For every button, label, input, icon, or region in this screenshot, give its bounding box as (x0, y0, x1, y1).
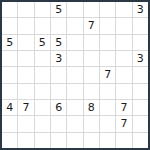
cell-r9c1[interactable] (2, 133, 17, 148)
cell-r9c7[interactable] (100, 133, 115, 148)
cell-r6c5[interactable] (67, 84, 82, 99)
cell-r2c1[interactable] (2, 18, 17, 33)
clue-cell-r2c6[interactable]: 7 (84, 18, 99, 33)
clue-cell-r7c4[interactable]: 6 (51, 100, 66, 115)
cell-r9c3[interactable] (35, 133, 50, 148)
clue-cell-r7c1[interactable]: 4 (2, 100, 17, 115)
clue-cell-r4c4[interactable]: 3 (51, 51, 66, 66)
cell-r7c9[interactable] (133, 100, 148, 115)
cell-r8c9[interactable] (133, 116, 148, 131)
cell-r8c4[interactable] (51, 116, 66, 131)
cell-r8c5[interactable] (67, 116, 82, 131)
clue-cell-r1c4[interactable]: 5 (51, 2, 66, 17)
clue-cell-r7c2[interactable]: 7 (18, 100, 33, 115)
cell-r9c5[interactable] (67, 133, 82, 148)
cell-r8c3[interactable] (35, 116, 50, 131)
cell-r5c5[interactable] (67, 67, 82, 82)
cell-r9c8[interactable] (116, 133, 131, 148)
cell-r4c6[interactable] (84, 51, 99, 66)
cell-r6c7[interactable] (100, 84, 115, 99)
cell-r5c9[interactable] (133, 67, 148, 82)
cell-r5c4[interactable] (51, 67, 66, 82)
cell-r2c3[interactable] (35, 18, 50, 33)
cell-r6c6[interactable] (84, 84, 99, 99)
cell-r6c9[interactable] (133, 84, 148, 99)
cell-r2c9[interactable] (133, 18, 148, 33)
cell-r4c8[interactable] (116, 51, 131, 66)
cell-r5c8[interactable] (116, 67, 131, 82)
cell-r6c4[interactable] (51, 84, 66, 99)
cell-r2c7[interactable] (100, 18, 115, 33)
clue-cell-r3c3[interactable]: 5 (35, 35, 50, 50)
cell-r6c1[interactable] (2, 84, 17, 99)
cell-r5c2[interactable] (18, 67, 33, 82)
cell-r5c1[interactable] (2, 67, 17, 82)
cell-r8c1[interactable] (2, 116, 17, 131)
cell-r2c5[interactable] (67, 18, 82, 33)
cell-r7c3[interactable] (35, 100, 50, 115)
clue-cell-r3c1[interactable]: 5 (2, 35, 17, 50)
cell-r5c6[interactable] (84, 67, 99, 82)
clue-cell-r7c8[interactable]: 7 (116, 100, 131, 115)
cell-r6c3[interactable] (35, 84, 50, 99)
cell-r6c2[interactable] (18, 84, 33, 99)
cell-r8c2[interactable] (18, 116, 33, 131)
cell-r7c5[interactable] (67, 100, 82, 115)
cell-r9c9[interactable] (133, 133, 148, 148)
cell-r1c6[interactable] (84, 2, 99, 17)
cell-r1c2[interactable] (18, 2, 33, 17)
cell-r4c5[interactable] (67, 51, 82, 66)
cell-r1c5[interactable] (67, 2, 82, 17)
cell-r3c9[interactable] (133, 35, 148, 50)
cell-r4c3[interactable] (35, 51, 50, 66)
cell-r4c1[interactable] (2, 51, 17, 66)
cell-r7c7[interactable] (100, 100, 115, 115)
cell-r1c3[interactable] (35, 2, 50, 17)
cell-r2c2[interactable] (18, 18, 33, 33)
cell-r3c5[interactable] (67, 35, 82, 50)
cell-r8c7[interactable] (100, 116, 115, 131)
cell-r3c2[interactable] (18, 35, 33, 50)
cell-r6c8[interactable] (116, 84, 131, 99)
cell-r3c7[interactable] (100, 35, 115, 50)
cell-r3c8[interactable] (116, 35, 131, 50)
clue-cell-r7c6[interactable]: 8 (84, 100, 99, 115)
cell-r3c6[interactable] (84, 35, 99, 50)
cell-r9c6[interactable] (84, 133, 99, 148)
puzzle-board: 537555337476877 (0, 0, 150, 150)
cell-r4c2[interactable] (18, 51, 33, 66)
cell-r2c4[interactable] (51, 18, 66, 33)
cell-r1c1[interactable] (2, 2, 17, 17)
cell-r9c4[interactable] (51, 133, 66, 148)
clue-cell-r8c8[interactable]: 7 (116, 116, 131, 131)
clue-cell-r5c7[interactable]: 7 (100, 67, 115, 82)
clue-cell-r4c9[interactable]: 3 (133, 51, 148, 66)
cell-r1c7[interactable] (100, 2, 115, 17)
cell-r1c8[interactable] (116, 2, 131, 17)
cell-r2c8[interactable] (116, 18, 131, 33)
cell-r9c2[interactable] (18, 133, 33, 148)
cell-r4c7[interactable] (100, 51, 115, 66)
clue-cell-r1c9[interactable]: 3 (133, 2, 148, 17)
cell-r5c3[interactable] (35, 67, 50, 82)
cell-r8c6[interactable] (84, 116, 99, 131)
clue-cell-r3c4[interactable]: 5 (51, 35, 66, 50)
